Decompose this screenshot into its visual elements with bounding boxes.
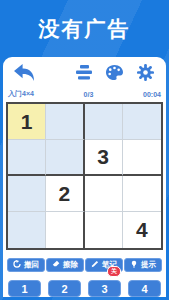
back-button[interactable]	[13, 63, 36, 85]
undo-icon	[13, 260, 21, 270]
eraser-icon	[52, 260, 60, 270]
grid-cell[interactable]	[85, 212, 123, 248]
difficulty-label: 入门4×4	[8, 89, 34, 99]
grid-cell[interactable]: 1	[8, 104, 46, 140]
grid-cell[interactable]	[46, 140, 84, 176]
game-panel: 入门4×4 0/3 00:04 1324 撤回 擦除 笔记 关	[3, 57, 166, 297]
back-arrow-icon	[13, 63, 36, 85]
levels-icon	[76, 65, 92, 83]
pencil-icon	[91, 260, 99, 270]
settings-button[interactable]	[137, 64, 154, 84]
grid-cell[interactable]: 2	[46, 176, 84, 212]
numpad-button-1[interactable]: 1	[8, 280, 41, 297]
grid-cell[interactable]	[8, 140, 46, 176]
erase-button[interactable]: 擦除	[46, 258, 84, 272]
hint-label: 提示	[141, 260, 156, 270]
grid-cell[interactable]: 3	[85, 140, 123, 176]
grid-cell[interactable]	[123, 104, 161, 140]
numpad-button-3[interactable]: 3	[88, 280, 121, 297]
numpad-button-4[interactable]: 4	[128, 280, 161, 297]
grid-cell[interactable]	[123, 176, 161, 212]
action-bar: 撤回 擦除 笔记 关 提示	[7, 258, 162, 272]
bulb-icon	[130, 260, 138, 271]
banner-title: 没有广告	[39, 15, 131, 43]
erase-label: 擦除	[63, 260, 78, 270]
numpad: 1 2 3 4	[8, 280, 161, 297]
notes-button[interactable]: 笔记 关	[85, 258, 123, 272]
palette-icon	[105, 64, 124, 84]
grid-cell[interactable]	[85, 104, 123, 140]
grid-cell[interactable]	[8, 176, 46, 212]
numpad-button-2[interactable]: 2	[48, 280, 81, 297]
gear-icon	[137, 64, 154, 84]
grid-cell[interactable]	[46, 104, 84, 140]
toolbar	[3, 57, 166, 88]
sudoku-board: 1324	[6, 102, 163, 250]
notes-off-badge: 关	[107, 266, 121, 277]
grid-cell[interactable]	[123, 140, 161, 176]
mistakes-counter: 0/3	[84, 91, 94, 98]
undo-button[interactable]: 撤回	[7, 258, 45, 272]
grid-cell[interactable]	[46, 212, 84, 248]
grid-cell[interactable]	[85, 176, 123, 212]
hint-button[interactable]: 提示	[124, 258, 162, 272]
levels-button[interactable]	[76, 65, 92, 83]
grid-cell[interactable]	[8, 212, 46, 248]
timer: 00:04	[143, 91, 161, 98]
grid-cell[interactable]: 4	[123, 212, 161, 248]
theme-button[interactable]	[105, 64, 124, 84]
ad-banner: 没有广告	[0, 0, 169, 57]
undo-label: 撤回	[24, 260, 39, 270]
status-bar: 入门4×4 0/3 00:04	[3, 88, 166, 102]
